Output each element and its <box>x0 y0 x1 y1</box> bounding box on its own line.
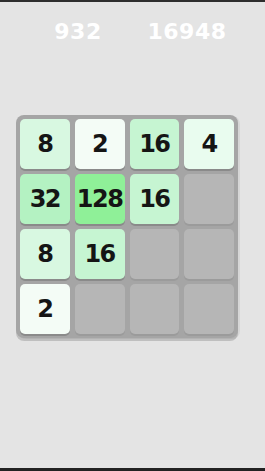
tile-2: 2 <box>75 119 125 169</box>
top-letterbox-bar <box>0 0 265 2</box>
tile-8: 8 <box>20 119 70 169</box>
empty-cell <box>75 284 125 334</box>
tile-4: 4 <box>184 119 234 169</box>
score-header: 932 16948 <box>0 20 265 44</box>
tile-16: 16 <box>75 229 125 279</box>
game-board[interactable]: 8216432128168162 <box>16 115 238 338</box>
tile-2: 2 <box>20 284 70 334</box>
tile-16: 16 <box>130 119 180 169</box>
current-score: 932 <box>26 20 130 44</box>
best-score: 16948 <box>135 20 239 44</box>
tile-32: 32 <box>20 174 70 224</box>
empty-cell <box>184 229 234 279</box>
empty-cell <box>130 229 180 279</box>
empty-cell <box>130 284 180 334</box>
empty-cell <box>184 174 234 224</box>
tile-8: 8 <box>20 229 70 279</box>
app-screen: 932 16948 8216432128168162 <box>0 0 265 471</box>
tile-16: 16 <box>130 174 180 224</box>
empty-cell <box>184 284 234 334</box>
tile-128: 128 <box>75 174 125 224</box>
